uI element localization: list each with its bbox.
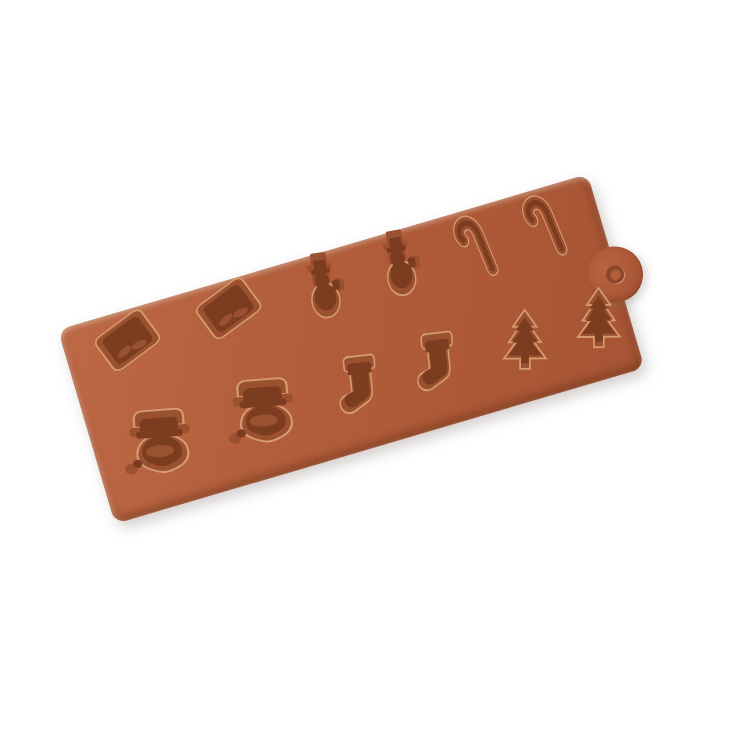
hanging-hole-icon <box>604 263 626 285</box>
cavity-santa-head-2 <box>216 373 310 456</box>
cavity-candy-cane-1 <box>440 201 517 288</box>
cavity-snowman-2 <box>366 224 434 304</box>
cavity-stocking-2 <box>402 324 474 405</box>
silicone-mold-tray <box>58 174 645 524</box>
cavity-gift-box-1 <box>80 295 176 387</box>
cavity-candy-cane-2 <box>509 181 586 268</box>
cavity-santa-head-1 <box>113 404 207 487</box>
product-photo-canvas <box>0 0 750 750</box>
cavity-stocking-1 <box>324 347 396 428</box>
cavity-christmas-tree-1 <box>490 306 561 380</box>
cavity-gift-box-2 <box>181 263 277 355</box>
cavity-snowman-1 <box>290 246 358 326</box>
cavity-christmas-tree-2 <box>563 285 634 359</box>
